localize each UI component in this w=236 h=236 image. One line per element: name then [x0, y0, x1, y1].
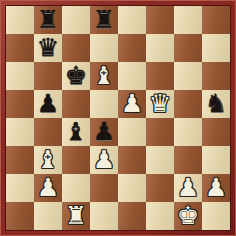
square-e7[interactable] [118, 34, 146, 62]
square-c8[interactable] [62, 6, 90, 34]
square-h5[interactable]: ♞ [202, 90, 230, 118]
square-a1[interactable] [6, 202, 34, 230]
square-h1[interactable] [202, 202, 230, 230]
square-a7[interactable] [6, 34, 34, 62]
chess-board: ♜♜♛♚♝♟♟♛♞♝♟♝♟♟♟♟♜♚ [6, 6, 230, 230]
white-pawn-piece[interactable]: ♟ [37, 174, 59, 202]
square-a3[interactable] [6, 146, 34, 174]
black-pawn-piece[interactable]: ♟ [93, 118, 115, 146]
white-king-piece[interactable]: ♚ [177, 202, 199, 230]
square-b3[interactable]: ♝ [34, 146, 62, 174]
square-h2[interactable]: ♟ [202, 174, 230, 202]
square-c1[interactable]: ♜ [62, 202, 90, 230]
square-a4[interactable] [6, 118, 34, 146]
square-b2[interactable]: ♟ [34, 174, 62, 202]
square-e2[interactable] [118, 174, 146, 202]
square-d4[interactable]: ♟ [90, 118, 118, 146]
square-d7[interactable] [90, 34, 118, 62]
square-e4[interactable] [118, 118, 146, 146]
square-e5[interactable]: ♟ [118, 90, 146, 118]
square-c6[interactable]: ♚ [62, 62, 90, 90]
square-h3[interactable] [202, 146, 230, 174]
square-d2[interactable] [90, 174, 118, 202]
square-a8[interactable] [6, 6, 34, 34]
square-g6[interactable] [174, 62, 202, 90]
square-c4[interactable]: ♝ [62, 118, 90, 146]
square-d6[interactable]: ♝ [90, 62, 118, 90]
square-e8[interactable] [118, 6, 146, 34]
square-f5[interactable]: ♛ [146, 90, 174, 118]
square-f4[interactable] [146, 118, 174, 146]
square-a2[interactable] [6, 174, 34, 202]
square-e3[interactable] [118, 146, 146, 174]
square-b1[interactable] [34, 202, 62, 230]
square-g7[interactable] [174, 34, 202, 62]
square-f1[interactable] [146, 202, 174, 230]
white-pawn-piece[interactable]: ♟ [121, 90, 143, 118]
square-b6[interactable] [34, 62, 62, 90]
square-d5[interactable] [90, 90, 118, 118]
square-h8[interactable] [202, 6, 230, 34]
square-h7[interactable] [202, 34, 230, 62]
square-e1[interactable] [118, 202, 146, 230]
square-d3[interactable]: ♟ [90, 146, 118, 174]
square-g3[interactable] [174, 146, 202, 174]
square-f7[interactable] [146, 34, 174, 62]
square-f6[interactable] [146, 62, 174, 90]
square-d1[interactable] [90, 202, 118, 230]
white-pawn-piece[interactable]: ♟ [205, 174, 227, 202]
square-g8[interactable] [174, 6, 202, 34]
black-rook-piece[interactable]: ♜ [37, 6, 59, 34]
square-d8[interactable]: ♜ [90, 6, 118, 34]
white-queen-piece[interactable]: ♛ [149, 90, 171, 118]
square-g2[interactable]: ♟ [174, 174, 202, 202]
black-queen-piece[interactable]: ♛ [37, 34, 59, 62]
black-knight-piece[interactable]: ♞ [205, 90, 227, 118]
square-e6[interactable] [118, 62, 146, 90]
black-rook-piece[interactable]: ♜ [93, 6, 115, 34]
white-bishop-piece[interactable]: ♝ [37, 146, 59, 174]
white-pawn-piece[interactable]: ♟ [177, 174, 199, 202]
square-g1[interactable]: ♚ [174, 202, 202, 230]
white-pawn-piece[interactable]: ♟ [93, 146, 115, 174]
square-b8[interactable]: ♜ [34, 6, 62, 34]
square-c7[interactable] [62, 34, 90, 62]
square-b7[interactable]: ♛ [34, 34, 62, 62]
black-bishop-piece[interactable]: ♝ [65, 118, 87, 146]
white-rook-piece[interactable]: ♜ [65, 202, 87, 230]
square-c3[interactable] [62, 146, 90, 174]
square-c2[interactable] [62, 174, 90, 202]
square-g5[interactable] [174, 90, 202, 118]
square-a5[interactable] [6, 90, 34, 118]
black-pawn-piece[interactable]: ♟ [37, 90, 59, 118]
square-h4[interactable] [202, 118, 230, 146]
black-king-piece[interactable]: ♚ [65, 62, 87, 90]
square-c5[interactable] [62, 90, 90, 118]
white-bishop-piece[interactable]: ♝ [93, 62, 115, 90]
square-f3[interactable] [146, 146, 174, 174]
square-a6[interactable] [6, 62, 34, 90]
board-frame: ♜♜♛♚♝♟♟♛♞♝♟♝♟♟♟♟♜♚ [0, 0, 236, 236]
square-b5[interactable]: ♟ [34, 90, 62, 118]
square-g4[interactable] [174, 118, 202, 146]
square-h6[interactable] [202, 62, 230, 90]
square-b4[interactable] [34, 118, 62, 146]
square-f2[interactable] [146, 174, 174, 202]
square-f8[interactable] [146, 6, 174, 34]
